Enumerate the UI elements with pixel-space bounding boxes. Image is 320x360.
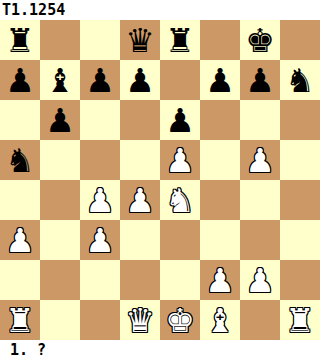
square-b4[interactable] — [40, 180, 80, 220]
square-c3[interactable]: ♟ — [80, 220, 120, 260]
piece-white-pawn-icon: ♟ — [5, 224, 35, 257]
piece-white-knight-icon: ♞ — [165, 184, 195, 217]
piece-white-king-icon: ♚ — [165, 304, 195, 337]
square-e6[interactable]: ♟ — [160, 100, 200, 140]
square-b8[interactable] — [40, 20, 80, 60]
square-a3[interactable]: ♟ — [0, 220, 40, 260]
square-h3[interactable] — [280, 220, 320, 260]
chess-puzzle-window: T1.1254 ♜♛♜♚♟♝♟♟♟♟♞♟♟♞♟♟♟♟♞♟♟♟♟♜♛♚♝♜ 1. … — [0, 0, 320, 360]
square-f4[interactable] — [200, 180, 240, 220]
piece-black-pawn-icon: ♟ — [125, 64, 155, 97]
piece-black-pawn-icon: ♟ — [205, 64, 235, 97]
square-d8[interactable]: ♛ — [120, 20, 160, 60]
square-h6[interactable] — [280, 100, 320, 140]
square-g8[interactable]: ♚ — [240, 20, 280, 60]
piece-black-king-icon: ♚ — [245, 24, 275, 57]
square-f6[interactable] — [200, 100, 240, 140]
square-a2[interactable] — [0, 260, 40, 300]
square-d6[interactable] — [120, 100, 160, 140]
square-f7[interactable]: ♟ — [200, 60, 240, 100]
square-d5[interactable] — [120, 140, 160, 180]
square-a5[interactable]: ♞ — [0, 140, 40, 180]
square-h8[interactable] — [280, 20, 320, 60]
square-e1[interactable]: ♚ — [160, 300, 200, 340]
footer-bar: 1. ? — [0, 340, 320, 360]
square-c7[interactable]: ♟ — [80, 60, 120, 100]
square-h5[interactable] — [280, 140, 320, 180]
piece-white-pawn-icon: ♟ — [205, 264, 235, 297]
piece-black-bishop-icon: ♝ — [45, 64, 75, 97]
square-d7[interactable]: ♟ — [120, 60, 160, 100]
square-a8[interactable]: ♜ — [0, 20, 40, 60]
square-e7[interactable] — [160, 60, 200, 100]
square-h1[interactable]: ♜ — [280, 300, 320, 340]
piece-white-pawn-icon: ♟ — [125, 184, 155, 217]
square-c8[interactable] — [80, 20, 120, 60]
square-a4[interactable] — [0, 180, 40, 220]
square-f5[interactable] — [200, 140, 240, 180]
piece-white-bishop-icon: ♝ — [205, 304, 235, 337]
square-c2[interactable] — [80, 260, 120, 300]
square-e8[interactable]: ♜ — [160, 20, 200, 60]
square-f3[interactable] — [200, 220, 240, 260]
piece-black-knight-icon: ♞ — [285, 64, 315, 97]
square-b2[interactable] — [40, 260, 80, 300]
chess-board: ♜♛♜♚♟♝♟♟♟♟♞♟♟♞♟♟♟♟♞♟♟♟♟♜♛♚♝♜ — [0, 20, 320, 340]
square-a7[interactable]: ♟ — [0, 60, 40, 100]
piece-white-pawn-icon: ♟ — [85, 224, 115, 257]
square-g6[interactable] — [240, 100, 280, 140]
piece-white-rook-icon: ♜ — [285, 304, 315, 337]
square-g3[interactable] — [240, 220, 280, 260]
square-d2[interactable] — [120, 260, 160, 300]
square-g7[interactable]: ♟ — [240, 60, 280, 100]
square-g1[interactable] — [240, 300, 280, 340]
square-b3[interactable] — [40, 220, 80, 260]
square-e5[interactable]: ♟ — [160, 140, 200, 180]
square-f8[interactable] — [200, 20, 240, 60]
square-e2[interactable] — [160, 260, 200, 300]
piece-black-pawn-icon: ♟ — [85, 64, 115, 97]
puzzle-title: T1.1254 — [2, 1, 65, 19]
piece-black-rook-icon: ♜ — [165, 24, 195, 57]
piece-black-pawn-icon: ♟ — [5, 64, 35, 97]
square-d1[interactable]: ♛ — [120, 300, 160, 340]
piece-white-rook-icon: ♜ — [5, 304, 35, 337]
square-g5[interactable]: ♟ — [240, 140, 280, 180]
piece-black-queen-icon: ♛ — [125, 24, 155, 57]
square-d3[interactable] — [120, 220, 160, 260]
square-c5[interactable] — [80, 140, 120, 180]
square-f2[interactable]: ♟ — [200, 260, 240, 300]
square-b1[interactable] — [40, 300, 80, 340]
square-c6[interactable] — [80, 100, 120, 140]
square-c4[interactable]: ♟ — [80, 180, 120, 220]
piece-white-pawn-icon: ♟ — [85, 184, 115, 217]
square-h4[interactable] — [280, 180, 320, 220]
square-g2[interactable]: ♟ — [240, 260, 280, 300]
piece-black-pawn-icon: ♟ — [245, 64, 275, 97]
square-e4[interactable]: ♞ — [160, 180, 200, 220]
square-h2[interactable] — [280, 260, 320, 300]
piece-black-pawn-icon: ♟ — [45, 104, 75, 137]
square-e3[interactable] — [160, 220, 200, 260]
piece-black-knight-icon: ♞ — [5, 144, 35, 177]
square-b7[interactable]: ♝ — [40, 60, 80, 100]
square-a6[interactable] — [0, 100, 40, 140]
piece-white-pawn-icon: ♟ — [245, 144, 275, 177]
square-d4[interactable]: ♟ — [120, 180, 160, 220]
square-f1[interactable]: ♝ — [200, 300, 240, 340]
square-c1[interactable] — [80, 300, 120, 340]
move-prompt: 1. ? — [10, 341, 46, 359]
piece-white-pawn-icon: ♟ — [245, 264, 275, 297]
square-h7[interactable]: ♞ — [280, 60, 320, 100]
piece-white-pawn-icon: ♟ — [165, 144, 195, 177]
title-bar: T1.1254 — [0, 0, 320, 20]
square-a1[interactable]: ♜ — [0, 300, 40, 340]
piece-white-queen-icon: ♛ — [125, 304, 155, 337]
piece-black-pawn-icon: ♟ — [165, 104, 195, 137]
square-g4[interactable] — [240, 180, 280, 220]
square-b5[interactable] — [40, 140, 80, 180]
piece-black-rook-icon: ♜ — [5, 24, 35, 57]
square-b6[interactable]: ♟ — [40, 100, 80, 140]
